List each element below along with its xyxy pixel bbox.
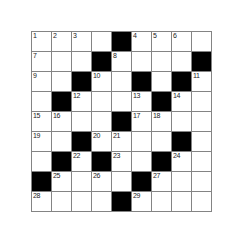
white-cell-r6c2[interactable] xyxy=(52,132,72,152)
white-cell-r4c3[interactable]: 12 xyxy=(72,92,92,112)
clue-number-20: 20 xyxy=(93,132,100,140)
clue-number-10: 10 xyxy=(93,72,100,80)
clue-number-5: 5 xyxy=(153,32,157,40)
white-cell-r3c2[interactable] xyxy=(52,72,72,92)
clue-number-22: 22 xyxy=(73,152,80,160)
white-cell-r3c5[interactable] xyxy=(112,72,132,92)
white-cell-r1c7[interactable]: 5 xyxy=(152,32,172,52)
black-cell-r8c6 xyxy=(132,172,152,192)
white-cell-r4c5[interactable] xyxy=(112,92,132,112)
white-cell-r7c1[interactable] xyxy=(32,152,52,172)
clue-number-17: 17 xyxy=(133,112,140,120)
white-cell-r6c5[interactable]: 21 xyxy=(112,132,132,152)
white-cell-r9c6[interactable]: 29 xyxy=(132,192,152,212)
white-cell-r7c9[interactable] xyxy=(192,152,212,172)
white-cell-r8c7[interactable]: 27 xyxy=(152,172,172,192)
white-cell-r2c5[interactable]: 8 xyxy=(112,52,132,72)
white-cell-r6c9[interactable] xyxy=(192,132,212,152)
white-cell-r2c7[interactable] xyxy=(152,52,172,72)
clue-number-3: 3 xyxy=(73,32,77,40)
white-cell-r9c9[interactable] xyxy=(192,192,212,212)
white-cell-r1c1[interactable]: 1 xyxy=(32,32,52,52)
white-cell-r7c5[interactable]: 23 xyxy=(112,152,132,172)
clue-number-18: 18 xyxy=(153,112,160,120)
white-cell-r8c5[interactable] xyxy=(112,172,132,192)
clue-number-1: 1 xyxy=(33,32,37,40)
black-cell-r9c5 xyxy=(112,192,132,212)
white-cell-r8c3[interactable] xyxy=(72,172,92,192)
clue-number-6: 6 xyxy=(173,32,177,40)
clue-number-2: 2 xyxy=(53,32,57,40)
clue-number-26: 26 xyxy=(93,172,100,180)
white-cell-r9c3[interactable] xyxy=(72,192,92,212)
black-cell-r3c6 xyxy=(132,72,152,92)
white-cell-r4c8[interactable]: 14 xyxy=(172,92,192,112)
white-cell-r5c9[interactable] xyxy=(192,112,212,132)
white-cell-r2c8[interactable] xyxy=(172,52,192,72)
clue-number-16: 16 xyxy=(53,112,60,120)
black-cell-r6c3 xyxy=(72,132,92,152)
clue-number-24: 24 xyxy=(173,152,180,160)
black-cell-r5c5 xyxy=(112,112,132,132)
white-cell-r1c4[interactable] xyxy=(92,32,112,52)
clue-number-8: 8 xyxy=(113,52,117,60)
white-cell-r1c2[interactable]: 2 xyxy=(52,32,72,52)
white-cell-r6c1[interactable]: 19 xyxy=(32,132,52,152)
white-cell-r1c6[interactable]: 4 xyxy=(132,32,152,52)
clue-number-11: 11 xyxy=(193,72,199,80)
clue-number-27: 27 xyxy=(153,172,160,180)
black-cell-r7c4 xyxy=(92,152,112,172)
white-cell-r2c1[interactable]: 7 xyxy=(32,52,52,72)
white-cell-r9c8[interactable] xyxy=(172,192,192,212)
white-cell-r8c4[interactable]: 26 xyxy=(92,172,112,192)
crossword-page: 1234567891011121314151617181920212223242… xyxy=(0,0,240,240)
white-cell-r4c1[interactable] xyxy=(32,92,52,112)
white-cell-r9c2[interactable] xyxy=(52,192,72,212)
black-cell-r6c8 xyxy=(172,132,192,152)
black-cell-r8c1 xyxy=(32,172,52,192)
white-cell-r8c8[interactable] xyxy=(172,172,192,192)
white-cell-r7c8[interactable]: 24 xyxy=(172,152,192,172)
clue-number-9: 9 xyxy=(33,72,37,80)
white-cell-r5c3[interactable] xyxy=(72,112,92,132)
white-cell-r6c7[interactable] xyxy=(152,132,172,152)
white-cell-r5c4[interactable] xyxy=(92,112,112,132)
black-cell-r2c9 xyxy=(192,52,212,72)
white-cell-r5c7[interactable]: 18 xyxy=(152,112,172,132)
white-cell-r3c1[interactable]: 9 xyxy=(32,72,52,92)
white-cell-r2c6[interactable] xyxy=(132,52,152,72)
white-cell-r3c7[interactable] xyxy=(152,72,172,92)
clue-number-19: 19 xyxy=(33,132,40,140)
white-cell-r3c9[interactable]: 11 xyxy=(192,72,212,92)
white-cell-r6c6[interactable] xyxy=(132,132,152,152)
black-cell-r7c7 xyxy=(152,152,172,172)
white-cell-r1c8[interactable]: 6 xyxy=(172,32,192,52)
white-cell-r4c9[interactable] xyxy=(192,92,212,112)
clue-number-21: 21 xyxy=(113,132,120,140)
black-cell-r3c3 xyxy=(72,72,92,92)
white-cell-r7c3[interactable]: 22 xyxy=(72,152,92,172)
clue-number-29: 29 xyxy=(133,192,140,200)
white-cell-r4c6[interactable]: 13 xyxy=(132,92,152,112)
white-cell-r1c3[interactable]: 3 xyxy=(72,32,92,52)
clue-number-4: 4 xyxy=(133,32,137,40)
clue-number-25: 25 xyxy=(53,172,60,180)
white-cell-r5c6[interactable]: 17 xyxy=(132,112,152,132)
black-cell-r1c5 xyxy=(112,32,132,52)
black-cell-r4c2 xyxy=(52,92,72,112)
white-cell-r4c4[interactable] xyxy=(92,92,112,112)
white-cell-r9c4[interactable] xyxy=(92,192,112,212)
white-cell-r3c4[interactable]: 10 xyxy=(92,72,112,92)
crossword-grid: 1234567891011121314151617181920212223242… xyxy=(31,31,212,212)
black-cell-r3c8 xyxy=(172,72,192,92)
clue-number-7: 7 xyxy=(33,52,37,60)
black-cell-r7c2 xyxy=(52,152,72,172)
clue-number-28: 28 xyxy=(33,192,40,200)
black-cell-r2c4 xyxy=(92,52,112,72)
white-cell-r6c4[interactable]: 20 xyxy=(92,132,112,152)
white-cell-r5c1[interactable]: 15 xyxy=(32,112,52,132)
clue-number-14: 14 xyxy=(173,92,180,100)
clue-number-12: 12 xyxy=(73,92,80,100)
white-cell-r8c2[interactable]: 25 xyxy=(52,172,72,192)
white-cell-r2c2[interactable] xyxy=(52,52,72,72)
white-cell-r7c6[interactable] xyxy=(132,152,152,172)
clue-number-15: 15 xyxy=(33,112,40,120)
white-cell-r1c9[interactable] xyxy=(192,32,212,52)
white-cell-r5c2[interactable]: 16 xyxy=(52,112,72,132)
white-cell-r9c7[interactable] xyxy=(152,192,172,212)
white-cell-r5c8[interactable] xyxy=(172,112,192,132)
clue-number-23: 23 xyxy=(113,152,120,160)
white-cell-r8c9[interactable] xyxy=(192,172,212,192)
clue-number-13: 13 xyxy=(133,92,140,100)
white-cell-r9c1[interactable]: 28 xyxy=(32,192,52,212)
white-cell-r2c3[interactable] xyxy=(72,52,92,72)
black-cell-r4c7 xyxy=(152,92,172,112)
